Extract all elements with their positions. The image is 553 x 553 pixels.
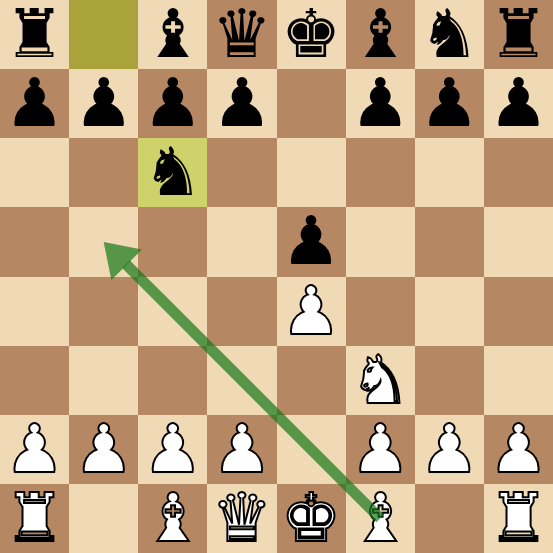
board-grid: ♜♝♛♚♝♞♜♟♟♟♟♟♟♟♞♟♟♞♟♟♟♟♟♟♟♜♝♛♚♝♜ — [0, 0, 553, 553]
square-e8[interactable]: ♚ — [277, 0, 346, 69]
black-rook[interactable]: ♜ — [488, 0, 548, 69]
white-bishop[interactable]: ♝ — [350, 484, 410, 553]
square-h5[interactable] — [484, 207, 553, 276]
square-a4[interactable] — [0, 277, 69, 346]
square-a5[interactable] — [0, 207, 69, 276]
square-a8[interactable]: ♜ — [0, 0, 69, 69]
square-b2[interactable]: ♟ — [69, 415, 138, 484]
square-h4[interactable] — [484, 277, 553, 346]
square-e1[interactable]: ♚ — [277, 484, 346, 553]
square-c4[interactable] — [138, 277, 207, 346]
square-d7[interactable]: ♟ — [207, 69, 276, 138]
white-pawn[interactable]: ♟ — [143, 415, 203, 484]
square-d3[interactable] — [207, 346, 276, 415]
square-a2[interactable]: ♟ — [0, 415, 69, 484]
black-knight[interactable]: ♞ — [419, 0, 479, 69]
square-d4[interactable] — [207, 277, 276, 346]
square-e3[interactable] — [277, 346, 346, 415]
square-c1[interactable]: ♝ — [138, 484, 207, 553]
square-h3[interactable] — [484, 346, 553, 415]
square-b3[interactable] — [69, 346, 138, 415]
square-f3[interactable]: ♞ — [346, 346, 415, 415]
square-b1[interactable] — [69, 484, 138, 553]
square-c5[interactable] — [138, 207, 207, 276]
square-g2[interactable]: ♟ — [415, 415, 484, 484]
black-pawn[interactable]: ♟ — [74, 69, 134, 138]
square-g7[interactable]: ♟ — [415, 69, 484, 138]
white-knight[interactable]: ♞ — [350, 346, 410, 415]
black-pawn[interactable]: ♟ — [350, 69, 410, 138]
square-g4[interactable] — [415, 277, 484, 346]
square-f7[interactable]: ♟ — [346, 69, 415, 138]
square-d5[interactable] — [207, 207, 276, 276]
white-pawn[interactable]: ♟ — [488, 415, 548, 484]
square-c7[interactable]: ♟ — [138, 69, 207, 138]
square-b5[interactable] — [69, 207, 138, 276]
white-pawn[interactable]: ♟ — [74, 415, 134, 484]
square-d6[interactable] — [207, 138, 276, 207]
white-rook[interactable]: ♜ — [488, 484, 548, 553]
black-rook[interactable]: ♜ — [5, 0, 65, 69]
square-b7[interactable]: ♟ — [69, 69, 138, 138]
black-pawn[interactable]: ♟ — [212, 69, 272, 138]
black-pawn[interactable]: ♟ — [488, 69, 548, 138]
square-c2[interactable]: ♟ — [138, 415, 207, 484]
black-pawn[interactable]: ♟ — [281, 207, 341, 276]
black-knight[interactable]: ♞ — [143, 138, 203, 207]
square-f5[interactable] — [346, 207, 415, 276]
square-g1[interactable] — [415, 484, 484, 553]
square-e4[interactable]: ♟ — [277, 277, 346, 346]
black-bishop[interactable]: ♝ — [350, 0, 410, 69]
white-king[interactable]: ♚ — [281, 484, 341, 553]
square-f2[interactable]: ♟ — [346, 415, 415, 484]
square-f8[interactable]: ♝ — [346, 0, 415, 69]
chess-board: ♜♝♛♚♝♞♜♟♟♟♟♟♟♟♞♟♟♞♟♟♟♟♟♟♟♜♝♛♚♝♜ — [0, 0, 553, 553]
white-pawn[interactable]: ♟ — [212, 415, 272, 484]
square-g3[interactable] — [415, 346, 484, 415]
square-c3[interactable] — [138, 346, 207, 415]
square-b4[interactable] — [69, 277, 138, 346]
square-a3[interactable] — [0, 346, 69, 415]
black-queen[interactable]: ♛ — [212, 0, 272, 69]
square-g5[interactable] — [415, 207, 484, 276]
square-g8[interactable]: ♞ — [415, 0, 484, 69]
white-pawn[interactable]: ♟ — [419, 415, 479, 484]
black-pawn[interactable]: ♟ — [419, 69, 479, 138]
white-bishop[interactable]: ♝ — [143, 484, 203, 553]
white-pawn[interactable]: ♟ — [350, 415, 410, 484]
square-h7[interactable]: ♟ — [484, 69, 553, 138]
square-f1[interactable]: ♝ — [346, 484, 415, 553]
black-bishop[interactable]: ♝ — [143, 0, 203, 69]
square-e5[interactable]: ♟ — [277, 207, 346, 276]
square-e7[interactable] — [277, 69, 346, 138]
white-rook[interactable]: ♜ — [5, 484, 65, 553]
square-f4[interactable] — [346, 277, 415, 346]
square-c8[interactable]: ♝ — [138, 0, 207, 69]
square-d8[interactable]: ♛ — [207, 0, 276, 69]
black-king[interactable]: ♚ — [281, 0, 341, 69]
white-pawn[interactable]: ♟ — [5, 415, 65, 484]
square-g6[interactable] — [415, 138, 484, 207]
square-h8[interactable]: ♜ — [484, 0, 553, 69]
square-a1[interactable]: ♜ — [0, 484, 69, 553]
white-pawn[interactable]: ♟ — [281, 277, 341, 346]
white-queen[interactable]: ♛ — [212, 484, 272, 553]
square-e6[interactable] — [277, 138, 346, 207]
square-b6[interactable] — [69, 138, 138, 207]
square-h1[interactable]: ♜ — [484, 484, 553, 553]
square-e2[interactable] — [277, 415, 346, 484]
square-a7[interactable]: ♟ — [0, 69, 69, 138]
square-a6[interactable] — [0, 138, 69, 207]
square-c6[interactable]: ♞ — [138, 138, 207, 207]
square-d2[interactable]: ♟ — [207, 415, 276, 484]
square-h2[interactable]: ♟ — [484, 415, 553, 484]
black-pawn[interactable]: ♟ — [5, 69, 65, 138]
square-h6[interactable] — [484, 138, 553, 207]
square-b8[interactable] — [69, 0, 138, 69]
square-d1[interactable]: ♛ — [207, 484, 276, 553]
square-f6[interactable] — [346, 138, 415, 207]
black-pawn[interactable]: ♟ — [143, 69, 203, 138]
